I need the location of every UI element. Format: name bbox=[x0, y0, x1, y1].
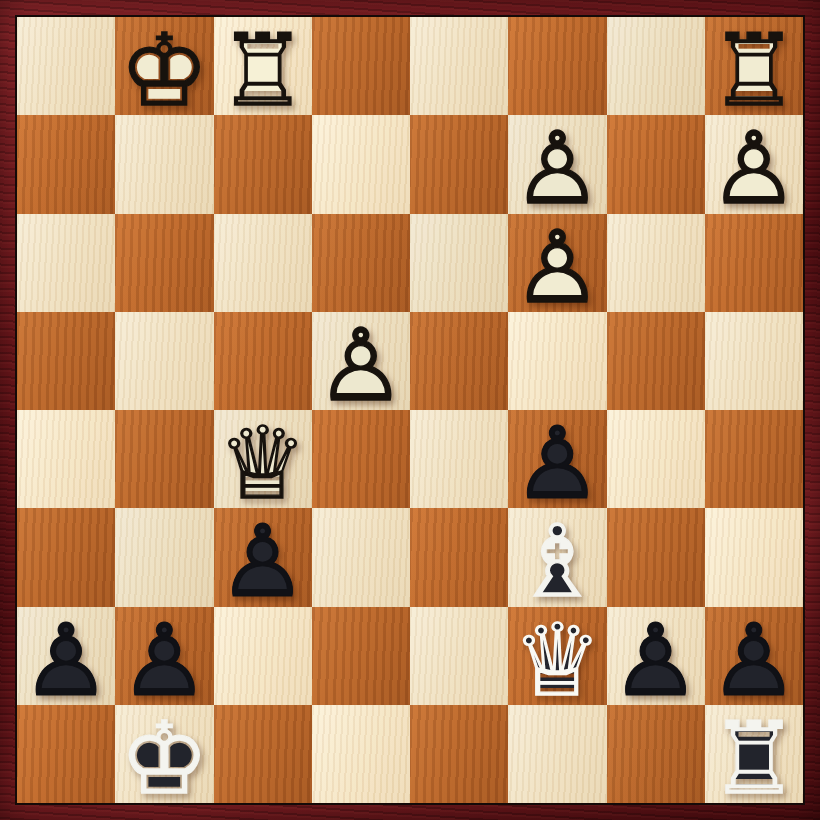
square-c5[interactable] bbox=[214, 312, 312, 410]
piece-black-queen[interactable]: ♛♕ bbox=[508, 607, 606, 705]
piece-white-king[interactable]: ♚♔ bbox=[115, 17, 213, 115]
piece-black-bishop[interactable]: ♝♗ bbox=[508, 508, 606, 606]
black-king-outline-icon: ♔ bbox=[115, 710, 213, 808]
square-h2[interactable]: ♟♙ bbox=[705, 607, 803, 705]
square-e7[interactable] bbox=[410, 115, 508, 213]
board-frame: ♚♔♜♖♜♖♟♙♟♙♟♙♟♙♛♕♟♙♟♙♝♗♟♙♟♙♛♕♟♙♟♙♚♔♜♖ bbox=[0, 0, 820, 820]
square-a8[interactable] bbox=[17, 17, 115, 115]
piece-black-king[interactable]: ♚♔ bbox=[115, 705, 213, 803]
black-pawn-outline-icon: ♙ bbox=[214, 513, 312, 611]
square-c4[interactable]: ♛♕ bbox=[214, 410, 312, 508]
square-g2[interactable]: ♟♙ bbox=[607, 607, 705, 705]
square-c1[interactable] bbox=[214, 705, 312, 803]
square-e2[interactable] bbox=[410, 607, 508, 705]
piece-white-rook[interactable]: ♜♖ bbox=[705, 17, 803, 115]
square-b3[interactable] bbox=[115, 508, 213, 606]
black-rook-outline-icon: ♖ bbox=[705, 710, 803, 808]
piece-black-pawn[interactable]: ♟♙ bbox=[508, 410, 606, 508]
square-g8[interactable] bbox=[607, 17, 705, 115]
square-c8[interactable]: ♜♖ bbox=[214, 17, 312, 115]
square-f8[interactable] bbox=[508, 17, 606, 115]
square-f4[interactable]: ♟♙ bbox=[508, 410, 606, 508]
square-b5[interactable] bbox=[115, 312, 213, 410]
square-d8[interactable] bbox=[312, 17, 410, 115]
square-a7[interactable] bbox=[17, 115, 115, 213]
square-a2[interactable]: ♟♙ bbox=[17, 607, 115, 705]
square-f1[interactable] bbox=[508, 705, 606, 803]
white-rook-outline-icon: ♖ bbox=[705, 22, 803, 120]
white-pawn-outline-icon: ♙ bbox=[508, 120, 606, 218]
square-g4[interactable] bbox=[607, 410, 705, 508]
square-f5[interactable] bbox=[508, 312, 606, 410]
piece-black-rook[interactable]: ♜♖ bbox=[705, 705, 803, 803]
piece-black-pawn[interactable]: ♟♙ bbox=[115, 607, 213, 705]
square-h1[interactable]: ♜♖ bbox=[705, 705, 803, 803]
square-d2[interactable] bbox=[312, 607, 410, 705]
square-h8[interactable]: ♜♖ bbox=[705, 17, 803, 115]
square-b6[interactable] bbox=[115, 214, 213, 312]
square-h4[interactable] bbox=[705, 410, 803, 508]
square-f3[interactable]: ♝♗ bbox=[508, 508, 606, 606]
piece-white-queen[interactable]: ♛♕ bbox=[214, 410, 312, 508]
square-h7[interactable]: ♟♙ bbox=[705, 115, 803, 213]
white-rook-outline-icon: ♖ bbox=[214, 22, 312, 120]
square-b1[interactable]: ♚♔ bbox=[115, 705, 213, 803]
black-pawn-outline-icon: ♙ bbox=[607, 612, 705, 710]
square-e8[interactable] bbox=[410, 17, 508, 115]
square-h3[interactable] bbox=[705, 508, 803, 606]
white-pawn-outline-icon: ♙ bbox=[508, 219, 606, 317]
square-a5[interactable] bbox=[17, 312, 115, 410]
square-e5[interactable] bbox=[410, 312, 508, 410]
piece-black-pawn[interactable]: ♟♙ bbox=[607, 607, 705, 705]
square-c7[interactable] bbox=[214, 115, 312, 213]
black-pawn-outline-icon: ♙ bbox=[508, 415, 606, 513]
piece-white-pawn[interactable]: ♟♙ bbox=[508, 214, 606, 312]
square-b4[interactable] bbox=[115, 410, 213, 508]
square-g5[interactable] bbox=[607, 312, 705, 410]
white-pawn-outline-icon: ♙ bbox=[705, 120, 803, 218]
square-g1[interactable] bbox=[607, 705, 705, 803]
piece-white-rook[interactable]: ♜♖ bbox=[214, 17, 312, 115]
black-pawn-outline-icon: ♙ bbox=[705, 612, 803, 710]
square-d5[interactable]: ♟♙ bbox=[312, 312, 410, 410]
square-d4[interactable] bbox=[312, 410, 410, 508]
square-f6[interactable]: ♟♙ bbox=[508, 214, 606, 312]
piece-white-pawn[interactable]: ♟♙ bbox=[312, 312, 410, 410]
square-c3[interactable]: ♟♙ bbox=[214, 508, 312, 606]
square-h6[interactable] bbox=[705, 214, 803, 312]
white-queen-outline-icon: ♕ bbox=[214, 415, 312, 513]
piece-black-pawn[interactable]: ♟♙ bbox=[214, 508, 312, 606]
black-bishop-outline-icon: ♗ bbox=[508, 513, 606, 611]
black-pawn-outline-icon: ♙ bbox=[17, 612, 115, 710]
square-a4[interactable] bbox=[17, 410, 115, 508]
square-e4[interactable] bbox=[410, 410, 508, 508]
square-a3[interactable] bbox=[17, 508, 115, 606]
square-a1[interactable] bbox=[17, 705, 115, 803]
square-g3[interactable] bbox=[607, 508, 705, 606]
piece-white-pawn[interactable]: ♟♙ bbox=[705, 115, 803, 213]
square-f7[interactable]: ♟♙ bbox=[508, 115, 606, 213]
square-g7[interactable] bbox=[607, 115, 705, 213]
square-f2[interactable]: ♛♕ bbox=[508, 607, 606, 705]
square-d6[interactable] bbox=[312, 214, 410, 312]
white-king-outline-icon: ♔ bbox=[115, 22, 213, 120]
square-b2[interactable]: ♟♙ bbox=[115, 607, 213, 705]
white-pawn-outline-icon: ♙ bbox=[312, 317, 410, 415]
square-e6[interactable] bbox=[410, 214, 508, 312]
square-d1[interactable] bbox=[312, 705, 410, 803]
black-pawn-outline-icon: ♙ bbox=[115, 612, 213, 710]
black-queen-outline-icon: ♕ bbox=[508, 612, 606, 710]
piece-black-pawn[interactable]: ♟♙ bbox=[17, 607, 115, 705]
square-e3[interactable] bbox=[410, 508, 508, 606]
square-h5[interactable] bbox=[705, 312, 803, 410]
square-b7[interactable] bbox=[115, 115, 213, 213]
square-d3[interactable] bbox=[312, 508, 410, 606]
square-b8[interactable]: ♚♔ bbox=[115, 17, 213, 115]
square-g6[interactable] bbox=[607, 214, 705, 312]
square-d7[interactable] bbox=[312, 115, 410, 213]
square-e1[interactable] bbox=[410, 705, 508, 803]
chess-board[interactable]: ♚♔♜♖♜♖♟♙♟♙♟♙♟♙♛♕♟♙♟♙♝♗♟♙♟♙♛♕♟♙♟♙♚♔♜♖ bbox=[15, 15, 805, 805]
square-c6[interactable] bbox=[214, 214, 312, 312]
piece-white-pawn[interactable]: ♟♙ bbox=[508, 115, 606, 213]
piece-black-pawn[interactable]: ♟♙ bbox=[705, 607, 803, 705]
square-c2[interactable] bbox=[214, 607, 312, 705]
square-a6[interactable] bbox=[17, 214, 115, 312]
